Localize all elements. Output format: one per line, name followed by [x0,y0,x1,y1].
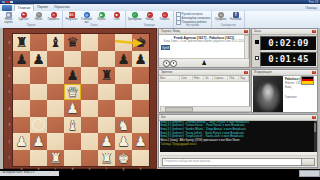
square-e2[interactable] [81,133,98,150]
square-f4[interactable] [98,100,115,117]
taskbar-fragment [299,170,320,177]
square-a2[interactable]: ♟ [13,133,30,150]
rank-label-2: 2 [6,140,12,144]
square-e5[interactable] [81,84,98,101]
square-d8[interactable]: ♛ [64,34,81,51]
ничья-button[interactable]: ½Ничья [31,11,46,24]
white-rook[interactable]: ♜ [47,150,64,167]
scrollbar-thumb[interactable] [165,107,193,111]
square-g1[interactable]: ♚ [115,150,132,167]
button-label: Facebook [228,19,243,22]
file-label-g: g [115,167,132,171]
file-label-f: f [98,167,115,171]
square-b5[interactable] [30,84,47,101]
white-pawn[interactable]: ♟ [132,133,149,150]
file-label-b: b [30,167,47,171]
button-label: Ничья [31,19,46,22]
square-g4[interactable] [115,100,132,117]
black-rook[interactable]: ♜ [98,67,115,84]
chat-input-row: Отправить сообщение всем игрокам... [160,156,317,167]
white-pawn[interactable]: ♟ [98,133,115,150]
square-b8[interactable] [30,34,47,51]
square-c1[interactable]: ♜ [47,150,64,167]
square-e8[interactable] [81,34,98,51]
black-king[interactable]: ♚ [132,34,149,51]
ribbon: ▦Новая партия⚑Сдаться½Ничья✕ПрерватьПарт… [0,11,320,29]
square-h4[interactable] [132,100,149,117]
square-f3[interactable] [98,117,115,134]
square-a7[interactable]: ♟ [13,51,30,68]
square-h5[interactable] [132,84,149,101]
новая-партия-button[interactable]: ▦Новая партия [1,11,16,24]
square-g6[interactable] [115,67,132,84]
стоп-button[interactable]: ■Стоп [109,11,124,24]
square-h6[interactable] [132,67,149,84]
square-f1[interactable]: ♜ [98,150,115,167]
square-c5[interactable] [47,84,64,101]
clocks-panel: Часы × 0:02:09 0:01:45 [251,28,318,68]
square-b2[interactable]: ♟ [30,133,47,150]
player-card-panel: Информация × Fabuloso (1611) Рейтинг: 16… [251,69,318,113]
rank-label-7: 7 [6,57,12,61]
white-bishop[interactable]: ♝ [64,117,81,134]
column-header-6[interactable]: Поб. [228,76,239,81]
file-label-a: a [13,167,30,171]
chessboard-frame: ♜♝♛♚♟♟♟♟♟♜♛♟♝♞♟♟♟♟♟♜♜♚ 87654321abcdefgh [3,28,157,169]
square-a5[interactable] [13,84,30,101]
black-rook[interactable]: ♜ [13,34,30,51]
white-side-indicator [255,56,259,60]
black-pawn[interactable]: ♟ [115,51,132,68]
black-pawn[interactable]: ♟ [13,51,30,68]
ribbon-tabs: ГлавнаяПартияУбранство [14,4,72,11]
square-d3[interactable]: ♝ [64,117,81,134]
назад-button[interactable]: ↩Назад [142,11,157,24]
clocks-panel-titlebar[interactable]: Часы × [252,29,317,35]
button-label: Профиль [213,19,228,22]
rank-label-3: 3 [6,123,12,127]
player-category: Блиц [285,86,318,89]
last-move-highlight [64,84,81,101]
player-country: Германия [285,96,318,99]
spectators-panel-title: Зрители [161,70,172,74]
chat-input[interactable]: Отправить сообщение всем игрокам... [162,158,304,166]
white-pawn[interactable]: ♟ [115,133,132,150]
column-header-7[interactable]: Ход [239,76,249,81]
square-e6[interactable] [81,67,98,84]
chat-panel-title: Чат [161,115,166,119]
white-pawn[interactable]: ♟ [64,100,81,117]
button-label: Играть [94,19,109,22]
square-d1[interactable] [64,150,81,167]
square-d2[interactable] [64,133,81,150]
black-pawn[interactable]: ♟ [64,67,81,84]
black-pawn[interactable]: ♟ [30,51,47,68]
chat-scrollbar[interactable] [314,121,317,152]
square-g5[interactable] [115,84,132,101]
square-c2[interactable] [47,133,64,150]
square-a4[interactable] [13,100,30,117]
spectators-panel-titlebar[interactable]: Зрители × [159,70,249,76]
player-card-title: Информация [254,70,272,74]
square-a8[interactable]: ♜ [13,34,30,51]
white-rook[interactable]: ♜ [98,150,115,167]
square-e1[interactable] [81,150,98,167]
rank-label-4: 4 [6,107,12,111]
button-label: Позвать [157,19,172,22]
тренировка-button[interactable]: ✓Тренировка [127,11,142,24]
ribbon-group-Партия: ▦Новая партия⚑Сдаться½Ничья✕ПрерватьПарт… [0,11,63,28]
file-label-c: c [47,167,64,171]
позвать-button[interactable]: ☺Позвать [157,11,172,24]
square-f7[interactable] [98,51,115,68]
square-f8[interactable] [98,34,115,51]
square-a1[interactable] [13,150,30,167]
app-menu-button[interactable] [2,5,12,11]
square-d4[interactable]: ♟ [64,100,81,117]
game-header: Frank Agresta (1617) - Fabuloso (1611) Б… [159,35,249,43]
square-c8[interactable]: ♝ [47,34,64,51]
close-icon[interactable]: × [244,71,248,75]
white-pawn[interactable]: ♟ [13,133,30,150]
играть-button[interactable]: ▶Играть [94,11,109,24]
square-b7[interactable]: ♟ [30,51,47,68]
ribbon-group-Настройки: Ручной контрольАвтоподбор соперникаПоказ… [174,11,212,28]
square-b3[interactable] [30,117,47,134]
notation-panel-titlebar[interactable]: Партия / Блиц × [159,29,249,35]
notation-panel: Партия / Блиц × Frank Agresta (1617) - F… [158,28,250,68]
rank-label-5: 5 [6,90,12,94]
square-h1[interactable] [132,150,149,167]
clocks-panel-title: Часы [254,29,261,33]
сдаться-button[interactable]: ⚑Сдаться [16,11,31,24]
column-header-1[interactable]: Имя [159,76,180,81]
rank-label-1: 1 [6,156,12,160]
прервать-button[interactable]: ✕Прервать [46,11,61,24]
circle-annotation [32,119,45,131]
tab-Партия[interactable]: Партия [34,4,51,11]
notation-scrollbar[interactable] [244,35,249,59]
tab-Убранство[interactable]: Убранство [51,4,73,11]
square-d6[interactable]: ♟ [64,67,81,84]
square-h2[interactable]: ♟ [132,133,149,150]
square-e4[interactable] [81,100,98,117]
результат-button[interactable]: АБРезультат [64,11,79,24]
spectators-panel: Зрители × ИмяСчётРейт.ЗаСтранаПоб.Ход [158,69,250,113]
player-photo [253,76,283,112]
column-header-3[interactable]: Рейт. [193,76,205,81]
ribbon-checkbox-stack: Ручной контрольАвтоподбор соперникаПоказ… [175,11,210,24]
square-g2[interactable]: ♟ [115,133,132,150]
black-clock: 0:02:09 [260,36,317,51]
chessboard[interactable]: ♜♝♛♚♟♟♟♟♟♜♛♟♝♞♟♟♟♟♟♜♜♚ [13,34,149,166]
help-link[interactable]: Помощь [305,6,317,10]
app-window: Fritz 13 ГлавнаяПартияУбранство Помощь ▦… [0,0,320,169]
square-g3[interactable]: ♞ [115,117,132,134]
square-d5[interactable]: ♛ [64,84,81,101]
column-header-4[interactable]: За [204,76,213,81]
germany-flag-icon [301,76,314,85]
button-label: Результат [64,19,79,22]
current-move[interactable]: Крh8 [161,45,170,50]
clock-icon[interactable] [163,60,170,67]
square-b1[interactable] [30,150,47,167]
square-f5[interactable] [98,84,115,101]
game-details: Блиц 3 мин + 0 сек, рейтинговая партия, … [159,40,249,43]
square-h8[interactable]: ♚ [132,34,149,51]
file-label-e: e [81,167,98,171]
black-bishop[interactable]: ♝ [47,34,64,51]
alarm-icon[interactable] [170,60,177,67]
square-c3[interactable] [47,117,64,134]
square-c7[interactable] [47,51,64,68]
horizontal-scrollbar[interactable] [160,106,252,112]
профиль-button[interactable]: ☺Профиль [213,11,228,24]
column-header-5[interactable]: Страна [213,76,228,81]
black-side-indicator [255,40,259,44]
close-icon[interactable]: × [312,71,316,75]
column-header-2[interactable]: Счёт [180,76,192,81]
главный-зал-button[interactable]: ◍Главный зал [79,11,94,24]
flag-stripe [302,81,313,83]
side-to-move-pawn-icon: ♟ [201,59,207,67]
square-d7[interactable] [64,51,81,68]
file-label-d: d [64,167,81,171]
black-pawn[interactable]: ♟ [132,51,149,68]
white-clock: 0:01:45 [260,52,317,67]
ribbon-group-Сеанс: АБРезультат◍Главный зал▶Играть■СтопСеанс [63,11,126,28]
square-c6[interactable] [47,67,64,84]
status-bar: Последний сеанс: Блиц 3 0 [0,171,59,176]
button-label: Прервать [46,19,61,22]
server-message: Таблица 'Предыдущий сеанс' [160,143,317,147]
close-icon[interactable]: × [312,116,316,120]
square-g7[interactable]: ♟ [115,51,132,68]
button-label: Стоп [109,19,124,22]
notation-toolbar: ♟ [159,58,249,67]
square-b4[interactable] [30,100,47,117]
ribbon-group-Сообщество: ☺ПрофильfFacebookСообщество [212,11,245,28]
black-queen[interactable]: ♛ [64,34,81,51]
chat-panel: Чат × Блиц 3 0 (рейтинг): 'Chandra Mahta… [158,114,318,168]
square-h3[interactable] [132,117,149,134]
square-f2[interactable]: ♟ [98,133,115,150]
server-message-console[interactable]: Блиц 3 0 (рейтинг): 'Chandra Mahtab' - '… [160,121,317,152]
square-e3[interactable] [81,117,98,134]
button-label: Сдаться [16,19,31,22]
square-a3[interactable] [13,117,30,134]
square-c4[interactable] [47,100,64,117]
chat-send-button[interactable] [301,158,315,166]
square-g8[interactable] [115,34,132,51]
white-pawn[interactable]: ♟ [30,133,47,150]
square-a6[interactable] [13,67,30,84]
square-f6[interactable]: ♜ [98,67,115,84]
close-icon[interactable]: × [244,30,248,34]
square-h7[interactable]: ♟ [132,51,149,68]
rank-label-6: 6 [6,74,12,78]
rank-label-8: 8 [6,41,12,45]
button-label: Назад [142,19,157,22]
square-b6[interactable] [30,67,47,84]
move-list[interactable]: Крh8 [159,44,249,54]
white-king[interactable]: ♚ [115,150,132,167]
square-e7[interactable] [81,51,98,68]
ribbon-group-Команды: ✓Тренировка↩Назад☺ПозватьКоманды [126,11,174,28]
notation-panel-title: Партия / Блиц [161,29,180,33]
button-label: Тренировка [127,19,142,22]
facebook-button[interactable]: fFacebook [228,11,243,24]
white-knight[interactable]: ♞ [115,117,132,134]
file-label-h: h [132,167,149,171]
close-icon[interactable]: × [312,30,316,34]
